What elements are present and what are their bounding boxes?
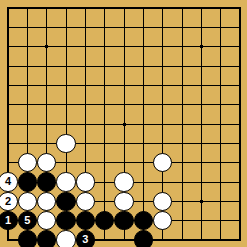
stone-black: 5 xyxy=(18,211,37,230)
star-point xyxy=(123,123,126,126)
stone-black: 3 xyxy=(76,230,95,247)
stone-white xyxy=(37,211,56,230)
grid-line-vertical xyxy=(239,7,241,241)
stone-black xyxy=(18,172,37,191)
stone-white xyxy=(37,192,56,211)
stone-white xyxy=(76,192,95,211)
go-board: 42153 xyxy=(0,0,247,247)
stone-white xyxy=(153,211,172,230)
stone-number-label: 1 xyxy=(5,215,11,226)
stone-white xyxy=(56,172,75,191)
stone-white xyxy=(114,172,133,191)
star-point xyxy=(200,45,203,48)
grid-line-vertical xyxy=(143,7,144,241)
stone-white xyxy=(18,153,37,172)
stone-number-label: 2 xyxy=(5,196,11,207)
stone-black xyxy=(95,211,114,230)
stone-black xyxy=(37,172,56,191)
stone-number-label: 3 xyxy=(82,234,88,245)
stone-white: 2 xyxy=(0,192,18,211)
stone-white: 4 xyxy=(0,172,18,191)
stone-white xyxy=(153,153,172,172)
stone-black xyxy=(18,230,37,247)
stone-white xyxy=(76,172,95,191)
star-point xyxy=(45,45,48,48)
stone-black xyxy=(114,211,133,230)
stone-black xyxy=(56,192,75,211)
stone-black: 1 xyxy=(0,211,18,230)
stone-white xyxy=(153,192,172,211)
grid-line-horizontal xyxy=(7,143,241,144)
grid-line-vertical xyxy=(182,7,183,241)
star-point xyxy=(200,200,203,203)
stone-black xyxy=(134,211,153,230)
stone-number-label: 5 xyxy=(24,215,30,226)
stone-black xyxy=(37,230,56,247)
stone-white xyxy=(37,153,56,172)
stone-white xyxy=(18,192,37,211)
stone-white xyxy=(56,230,75,247)
stone-white xyxy=(56,134,75,153)
grid-line-vertical xyxy=(201,7,202,241)
stone-number-label: 4 xyxy=(5,176,11,187)
stone-black xyxy=(56,211,75,230)
stone-white xyxy=(114,192,133,211)
grid-line-vertical xyxy=(220,7,221,241)
stone-black xyxy=(134,230,153,247)
stone-black xyxy=(76,211,95,230)
